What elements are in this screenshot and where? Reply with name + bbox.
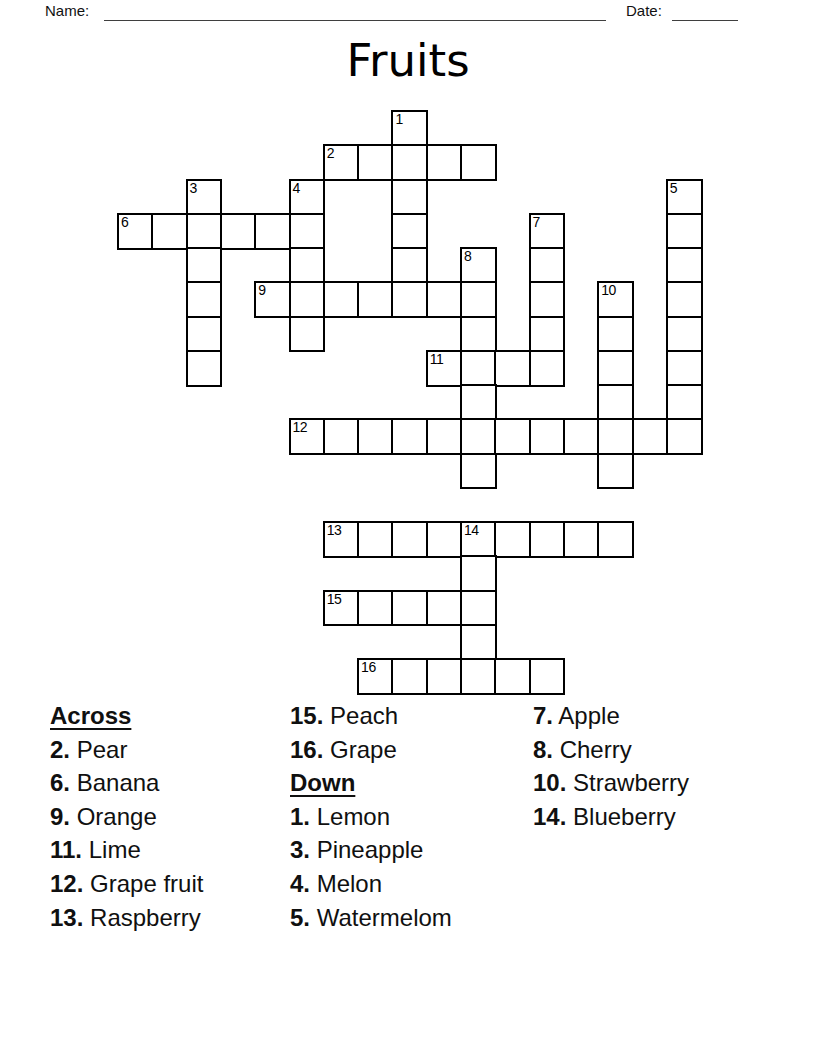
- grid-cell[interactable]: [529, 247, 566, 284]
- crossword-grid: 12345678910111213141516: [117, 110, 717, 710]
- grid-cell[interactable]: 4: [289, 179, 326, 216]
- clue-number: 2: [327, 146, 334, 161]
- grid-cell[interactable]: [460, 384, 497, 421]
- clue-item-text: Lime: [82, 836, 141, 863]
- clue-header-text: Down: [290, 769, 355, 796]
- clue-item-text: Melon: [310, 870, 382, 897]
- grid-cell[interactable]: [460, 144, 497, 181]
- grid-cell[interactable]: [289, 247, 326, 284]
- clue-item-text: Pineapple: [310, 836, 423, 863]
- clue-section-header: Across: [50, 699, 290, 733]
- clue-number: 13: [327, 523, 342, 538]
- grid-cell[interactable]: 15: [323, 590, 360, 627]
- grid-cell[interactable]: [391, 658, 428, 695]
- grid-cell[interactable]: [357, 418, 394, 455]
- grid-cell[interactable]: [460, 658, 497, 695]
- grid-cell[interactable]: [597, 316, 634, 353]
- grid-cell[interactable]: 8: [460, 247, 497, 284]
- clue-item-text: Pear: [70, 736, 127, 763]
- grid-cell[interactable]: [597, 453, 634, 490]
- grid-cell[interactable]: [460, 453, 497, 490]
- grid-cell[interactable]: 10: [597, 281, 634, 318]
- clue-item-text: Apple: [553, 702, 620, 729]
- clue-item-text: Orange: [70, 803, 157, 830]
- clue-item-number: 5.: [290, 904, 310, 931]
- grid-cell[interactable]: [357, 521, 394, 558]
- grid-cell[interactable]: [289, 213, 326, 250]
- grid-cell[interactable]: 14: [460, 521, 497, 558]
- grid-cell[interactable]: [597, 384, 634, 421]
- clue-number: 16: [361, 660, 376, 675]
- grid-cell[interactable]: [666, 384, 703, 421]
- grid-cell[interactable]: 12: [289, 418, 326, 455]
- grid-cell[interactable]: [323, 281, 360, 318]
- clue-section-header: Down: [290, 766, 533, 800]
- clue-item-text: Grape: [323, 736, 396, 763]
- clue-number: 9: [258, 283, 265, 298]
- grid-cell[interactable]: [597, 418, 634, 455]
- clue-item-text: Watermelom: [310, 904, 452, 931]
- clue-item: 15. Peach: [290, 699, 533, 733]
- clue-item-text: Grape fruit: [83, 870, 203, 897]
- clue-number: 15: [327, 592, 342, 607]
- grid-cell[interactable]: [391, 179, 428, 216]
- grid-cell[interactable]: [357, 281, 394, 318]
- grid-cell[interactable]: [494, 658, 531, 695]
- clue-item: 7. Apple: [533, 699, 793, 733]
- clue-item-number: 12.: [50, 870, 83, 897]
- clue-number: 11: [430, 352, 444, 367]
- grid-cell[interactable]: [391, 521, 428, 558]
- clue-column-2: 15. Peach16. GrapeDown1. Lemon3. Pineapp…: [290, 699, 533, 934]
- puzzle-title: Fruits: [0, 36, 816, 86]
- grid-cell[interactable]: [460, 316, 497, 353]
- grid-cell[interactable]: 6: [117, 213, 154, 250]
- clue-item-number: 1.: [290, 803, 310, 830]
- grid-cell[interactable]: 13: [323, 521, 360, 558]
- grid-cell[interactable]: [391, 213, 428, 250]
- clue-item-number: 11.: [50, 836, 82, 863]
- clue-item: 16. Grape: [290, 733, 533, 767]
- grid-cell[interactable]: 5: [666, 179, 703, 216]
- grid-cell[interactable]: [460, 624, 497, 661]
- clue-item: 4. Melon: [290, 867, 533, 901]
- date-label: Date:: [626, 2, 662, 19]
- grid-cell[interactable]: 1: [391, 110, 428, 147]
- clue-item: 9. Orange: [50, 800, 290, 834]
- clue-item-text: Strawberry: [566, 769, 689, 796]
- grid-cell[interactable]: [666, 316, 703, 353]
- grid-cell[interactable]: [494, 418, 531, 455]
- grid-cell[interactable]: [529, 350, 566, 387]
- clue-item: 10. Strawberry: [533, 766, 793, 800]
- grid-cell[interactable]: [563, 418, 600, 455]
- clue-number: 4: [293, 181, 300, 196]
- grid-cell[interactable]: [529, 281, 566, 318]
- grid-cell[interactable]: [186, 213, 223, 250]
- grid-cell[interactable]: [357, 590, 394, 627]
- clue-item: 14. Blueberry: [533, 800, 793, 834]
- clue-item-number: 6.: [50, 769, 70, 796]
- grid-cell[interactable]: [391, 247, 428, 284]
- clue-item: 8. Cherry: [533, 733, 793, 767]
- grid-cell[interactable]: [666, 281, 703, 318]
- grid-cell[interactable]: 9: [254, 281, 291, 318]
- clue-number: 8: [464, 249, 471, 264]
- grid-cell[interactable]: [494, 350, 531, 387]
- clue-number: 14: [464, 523, 479, 538]
- clue-number: 3: [190, 181, 197, 196]
- grid-cell[interactable]: [666, 247, 703, 284]
- grid-cell[interactable]: [323, 418, 360, 455]
- grid-cell[interactable]: [632, 418, 669, 455]
- clue-item-number: 2.: [50, 736, 70, 763]
- grid-cell[interactable]: [426, 590, 463, 627]
- grid-cell[interactable]: [597, 350, 634, 387]
- clue-item-number: 16.: [290, 736, 323, 763]
- clue-number: 12: [293, 420, 308, 435]
- grid-cell[interactable]: [426, 418, 463, 455]
- grid-cell[interactable]: [494, 521, 531, 558]
- clue-number: 10: [601, 283, 616, 298]
- grid-cell[interactable]: [460, 418, 497, 455]
- clue-item-text: Blueberry: [566, 803, 675, 830]
- grid-cell[interactable]: [289, 316, 326, 353]
- clue-item-text: Cherry: [553, 736, 632, 763]
- grid-cell[interactable]: [426, 144, 463, 181]
- clue-item: 5. Watermelom: [290, 901, 533, 935]
- grid-cell[interactable]: [289, 281, 326, 318]
- name-label: Name:: [45, 2, 89, 19]
- clue-number: 6: [121, 215, 128, 230]
- clue-item-text: Banana: [70, 769, 159, 796]
- clue-item-number: 15.: [290, 702, 323, 729]
- clue-item-number: 3.: [290, 836, 310, 863]
- clue-item-number: 4.: [290, 870, 310, 897]
- grid-cell[interactable]: [186, 350, 223, 387]
- grid-cell[interactable]: [426, 658, 463, 695]
- grid-cell[interactable]: [529, 521, 566, 558]
- clue-header-text: Across: [50, 702, 131, 729]
- grid-cell[interactable]: [391, 144, 428, 181]
- clue-item-number: 10.: [533, 769, 566, 796]
- grid-cell[interactable]: [220, 213, 257, 250]
- grid-cell[interactable]: [460, 350, 497, 387]
- grid-cell[interactable]: [391, 590, 428, 627]
- grid-cell[interactable]: 16: [357, 658, 394, 695]
- grid-cell[interactable]: [529, 418, 566, 455]
- clue-item-text: Peach: [323, 702, 398, 729]
- grid-cell[interactable]: [666, 350, 703, 387]
- grid-cell[interactable]: [563, 521, 600, 558]
- clue-item: 11. Lime: [50, 833, 290, 867]
- grid-cell[interactable]: [460, 281, 497, 318]
- grid-cell[interactable]: [254, 213, 291, 250]
- clue-item: 6. Banana: [50, 766, 290, 800]
- clue-number: 5: [670, 181, 677, 196]
- clue-item-number: 8.: [533, 736, 553, 763]
- grid-cell[interactable]: [529, 658, 566, 695]
- clue-item: 3. Pineapple: [290, 833, 533, 867]
- clue-item-number: 13.: [50, 904, 83, 931]
- grid-cell[interactable]: [391, 281, 428, 318]
- clue-column-1: Across2. Pear6. Banana9. Orange11. Lime1…: [50, 699, 290, 934]
- name-field-line[interactable]: [104, 3, 606, 21]
- clue-item-number: 7.: [533, 702, 553, 729]
- grid-cell[interactable]: 2: [323, 144, 360, 181]
- grid-cell[interactable]: [391, 418, 428, 455]
- clue-item-number: 14.: [533, 803, 566, 830]
- clue-item-text: Lemon: [310, 803, 390, 830]
- clue-item: 12. Grape fruit: [50, 867, 290, 901]
- grid-cell[interactable]: [426, 521, 463, 558]
- clue-item-text: Raspberry: [83, 904, 200, 931]
- grid-cell[interactable]: 3: [186, 179, 223, 216]
- grid-cell[interactable]: [186, 316, 223, 353]
- grid-cell[interactable]: [460, 590, 497, 627]
- grid-cell[interactable]: 11: [426, 350, 463, 387]
- clue-item-number: 9.: [50, 803, 70, 830]
- grid-cell[interactable]: [186, 247, 223, 284]
- clue-number: 1: [395, 112, 402, 127]
- grid-cell[interactable]: [186, 281, 223, 318]
- grid-cell[interactable]: [529, 316, 566, 353]
- grid-cell[interactable]: 7: [529, 213, 566, 250]
- grid-cell[interactable]: [666, 418, 703, 455]
- clue-item: 1. Lemon: [290, 800, 533, 834]
- grid-cell[interactable]: [426, 281, 463, 318]
- worksheet-page: Name: Date: Fruits 123456789101112131415…: [0, 0, 816, 1056]
- clue-column-3: 7. Apple8. Cherry10. Strawberry14. Blueb…: [533, 699, 793, 833]
- grid-cell[interactable]: [597, 521, 634, 558]
- grid-cell[interactable]: [151, 213, 188, 250]
- date-field-line[interactable]: [672, 3, 738, 21]
- clue-item: 13. Raspberry: [50, 901, 290, 935]
- grid-cell[interactable]: [666, 213, 703, 250]
- clue-item: 2. Pear: [50, 733, 290, 767]
- grid-cell[interactable]: [460, 555, 497, 592]
- clue-number: 7: [533, 215, 540, 230]
- grid-cell[interactable]: [357, 144, 394, 181]
